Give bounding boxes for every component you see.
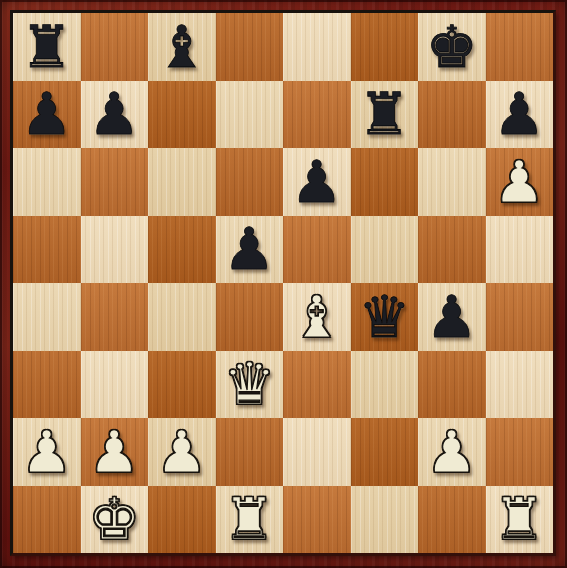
- piece-black-pawn-h7[interactable]: ♟: [493, 85, 545, 143]
- square-h6[interactable]: ♟: [486, 148, 554, 216]
- square-c8[interactable]: ♝: [148, 13, 216, 81]
- square-a1[interactable]: [13, 486, 81, 554]
- square-e4[interactable]: ♝: [283, 283, 351, 351]
- chess-board: ♜♝♚♟♟♜♟♟♟♟♝♛♟♛♟♟♟♟♚♜♜: [10, 10, 556, 556]
- square-d7[interactable]: [216, 81, 284, 149]
- square-d8[interactable]: [216, 13, 284, 81]
- square-f3[interactable]: [351, 351, 419, 419]
- piece-white-rook-h1[interactable]: ♜: [493, 490, 545, 548]
- square-b6[interactable]: [81, 148, 149, 216]
- square-d5[interactable]: ♟: [216, 216, 284, 284]
- square-e8[interactable]: [283, 13, 351, 81]
- square-c3[interactable]: [148, 351, 216, 419]
- square-a4[interactable]: [13, 283, 81, 351]
- square-d6[interactable]: [216, 148, 284, 216]
- square-g5[interactable]: [418, 216, 486, 284]
- piece-white-pawn-g2[interactable]: ♟: [426, 423, 478, 481]
- chess-board-screenshot: ♜♝♚♟♟♜♟♟♟♟♝♛♟♛♟♟♟♟♚♜♜: [0, 0, 567, 568]
- square-a7[interactable]: ♟: [13, 81, 81, 149]
- square-a5[interactable]: [13, 216, 81, 284]
- piece-black-queen-f4[interactable]: ♛: [358, 288, 410, 346]
- piece-white-rook-d1[interactable]: ♜: [223, 490, 275, 548]
- square-a3[interactable]: [13, 351, 81, 419]
- square-e7[interactable]: [283, 81, 351, 149]
- square-b3[interactable]: [81, 351, 149, 419]
- square-f4[interactable]: ♛: [351, 283, 419, 351]
- piece-black-pawn-b7[interactable]: ♟: [88, 85, 140, 143]
- piece-white-pawn-h6[interactable]: ♟: [493, 153, 545, 211]
- square-g8[interactable]: ♚: [418, 13, 486, 81]
- square-f2[interactable]: [351, 418, 419, 486]
- square-h3[interactable]: [486, 351, 554, 419]
- square-e2[interactable]: [283, 418, 351, 486]
- square-g7[interactable]: [418, 81, 486, 149]
- square-d1[interactable]: ♜: [216, 486, 284, 554]
- square-f6[interactable]: [351, 148, 419, 216]
- square-h7[interactable]: ♟: [486, 81, 554, 149]
- square-f5[interactable]: [351, 216, 419, 284]
- square-h5[interactable]: [486, 216, 554, 284]
- square-a8[interactable]: ♜: [13, 13, 81, 81]
- piece-white-pawn-b2[interactable]: ♟: [88, 423, 140, 481]
- piece-white-pawn-a2[interactable]: ♟: [21, 423, 73, 481]
- piece-black-rook-f7[interactable]: ♜: [358, 85, 410, 143]
- square-f7[interactable]: ♜: [351, 81, 419, 149]
- piece-black-pawn-g4[interactable]: ♟: [426, 288, 478, 346]
- square-b4[interactable]: [81, 283, 149, 351]
- square-f1[interactable]: [351, 486, 419, 554]
- piece-white-bishop-e4[interactable]: ♝: [291, 288, 343, 346]
- piece-white-queen-d3[interactable]: ♛: [223, 355, 275, 413]
- square-c7[interactable]: [148, 81, 216, 149]
- square-b7[interactable]: ♟: [81, 81, 149, 149]
- square-a2[interactable]: ♟: [13, 418, 81, 486]
- square-a6[interactable]: [13, 148, 81, 216]
- piece-black-rook-a8[interactable]: ♜: [21, 18, 73, 76]
- square-f8[interactable]: [351, 13, 419, 81]
- piece-black-pawn-d5[interactable]: ♟: [223, 220, 275, 278]
- square-h8[interactable]: [486, 13, 554, 81]
- square-d4[interactable]: [216, 283, 284, 351]
- square-e3[interactable]: [283, 351, 351, 419]
- square-b1[interactable]: ♚: [81, 486, 149, 554]
- piece-white-king-b1[interactable]: ♚: [88, 490, 140, 548]
- square-h4[interactable]: [486, 283, 554, 351]
- square-c1[interactable]: [148, 486, 216, 554]
- square-e5[interactable]: [283, 216, 351, 284]
- square-h1[interactable]: ♜: [486, 486, 554, 554]
- square-e6[interactable]: ♟: [283, 148, 351, 216]
- square-g3[interactable]: [418, 351, 486, 419]
- piece-white-pawn-c2[interactable]: ♟: [156, 423, 208, 481]
- piece-black-pawn-e6[interactable]: ♟: [291, 153, 343, 211]
- square-c2[interactable]: ♟: [148, 418, 216, 486]
- square-c4[interactable]: [148, 283, 216, 351]
- piece-black-pawn-a7[interactable]: ♟: [21, 85, 73, 143]
- square-e1[interactable]: [283, 486, 351, 554]
- square-d2[interactable]: [216, 418, 284, 486]
- square-h2[interactable]: [486, 418, 554, 486]
- square-c6[interactable]: [148, 148, 216, 216]
- square-g6[interactable]: [418, 148, 486, 216]
- square-d3[interactable]: ♛: [216, 351, 284, 419]
- square-c5[interactable]: [148, 216, 216, 284]
- square-g4[interactable]: ♟: [418, 283, 486, 351]
- piece-black-king-g8[interactable]: ♚: [426, 18, 478, 76]
- square-b8[interactable]: [81, 13, 149, 81]
- square-g2[interactable]: ♟: [418, 418, 486, 486]
- square-g1[interactable]: [418, 486, 486, 554]
- square-b2[interactable]: ♟: [81, 418, 149, 486]
- piece-black-bishop-c8[interactable]: ♝: [156, 18, 208, 76]
- square-b5[interactable]: [81, 216, 149, 284]
